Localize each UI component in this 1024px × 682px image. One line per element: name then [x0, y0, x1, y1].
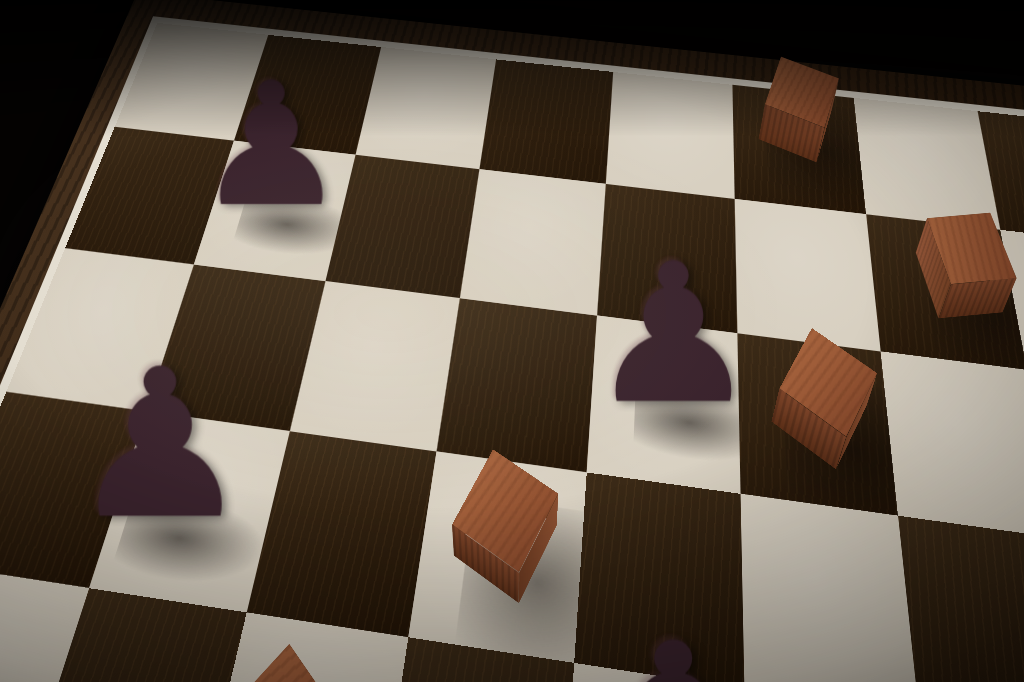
pawn-icon: ♟	[195, 60, 348, 231]
pawn-icon: ♟	[587, 237, 760, 430]
square-d7	[460, 169, 606, 315]
pawn-icon: ♟	[68, 341, 253, 547]
pawn-e6: ♟	[596, 314, 750, 492]
square-e4: ♟	[559, 663, 750, 682]
cube-top-face	[220, 644, 342, 682]
square-g8	[854, 98, 1000, 230]
square-f8	[732, 85, 866, 214]
square-d5	[408, 452, 586, 663]
square-g5	[898, 516, 1024, 682]
cube-f8	[732, 66, 864, 192]
square-g7	[866, 214, 1024, 370]
pawn-icon: ♟	[566, 611, 781, 682]
cube-f6	[743, 328, 904, 509]
square-c8	[356, 47, 497, 169]
square-e6: ♟	[587, 315, 741, 493]
board-grid: ♟♟♟♟	[0, 23, 1024, 682]
square-f6	[737, 333, 898, 515]
square-g6	[881, 351, 1024, 538]
photo-scene: ♟♟♟♟	[0, 0, 1024, 682]
pawn-e4: ♟	[577, 674, 769, 682]
wooden-cube	[230, 673, 348, 682]
cube-d5	[413, 442, 590, 651]
pawn-b5: ♟	[65, 415, 268, 617]
chessboard-frame: ♟♟♟♟	[0, 0, 1024, 682]
square-d8	[479, 59, 613, 184]
square-e8	[606, 72, 735, 199]
board-border-line: ♟♟♟♟	[0, 16, 1024, 682]
